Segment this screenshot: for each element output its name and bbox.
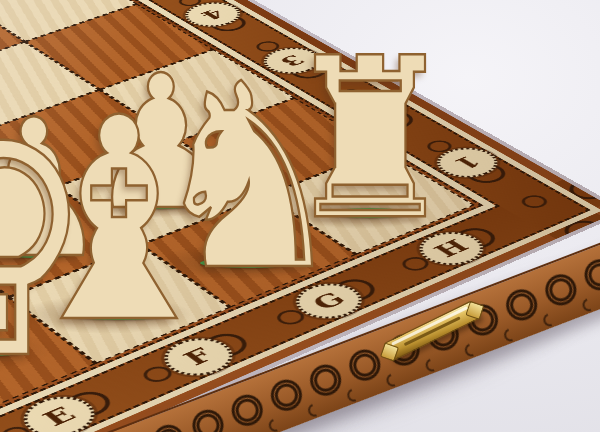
hinge-finial bbox=[465, 301, 484, 320]
chess-set-photo: EFGH12345 ♚♝♞♜♟♟ bbox=[0, 0, 600, 432]
hinge-finial bbox=[380, 343, 399, 362]
